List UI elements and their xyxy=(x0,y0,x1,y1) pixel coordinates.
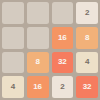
2048-board[interactable]: 21688324416232 xyxy=(0,0,100,100)
tile-4: 4 xyxy=(76,52,98,74)
empty-cell xyxy=(27,27,49,49)
tile-16: 16 xyxy=(27,76,49,98)
tile-32: 32 xyxy=(52,52,74,74)
empty-cell xyxy=(2,52,24,74)
tile-32: 32 xyxy=(76,76,98,98)
empty-cell xyxy=(2,2,24,24)
tile-8: 8 xyxy=(27,52,49,74)
empty-cell xyxy=(52,2,74,24)
empty-cell xyxy=(2,27,24,49)
tile-2: 2 xyxy=(76,2,98,24)
empty-cell xyxy=(27,2,49,24)
tile-2: 2 xyxy=(52,76,74,98)
tile-16: 16 xyxy=(52,27,74,49)
tile-8: 8 xyxy=(76,27,98,49)
tile-4: 4 xyxy=(2,76,24,98)
